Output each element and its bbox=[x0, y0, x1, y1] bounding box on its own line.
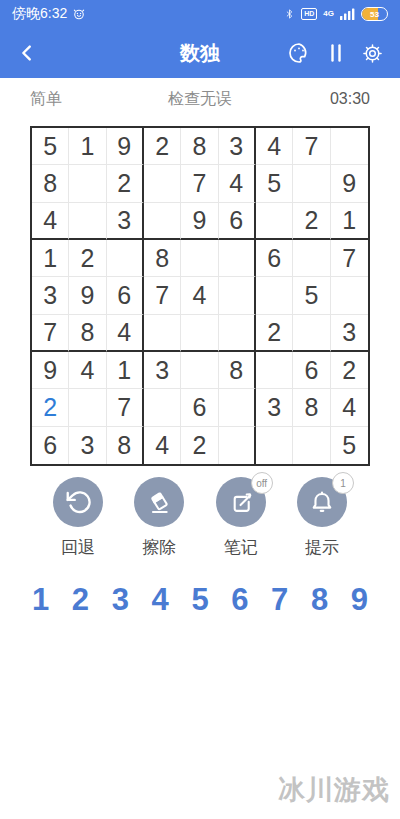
cell-r8c2[interactable] bbox=[69, 389, 106, 426]
cell-r7c4[interactable]: 3 bbox=[144, 352, 181, 389]
cell-r5c1[interactable]: 3 bbox=[32, 277, 69, 314]
cell-r6c9[interactable]: 3 bbox=[331, 315, 368, 352]
cell-r7c2[interactable]: 4 bbox=[69, 352, 106, 389]
toolbar: 回退 擦除 bbox=[49, 477, 351, 559]
numpad-digit-3[interactable]: 3 bbox=[112, 584, 129, 615]
difficulty-label: 简单 bbox=[30, 89, 62, 110]
cell-r4c5[interactable] bbox=[181, 240, 218, 277]
eraser-icon bbox=[145, 488, 173, 516]
notes-badge: off bbox=[251, 472, 273, 494]
cell-r9c7[interactable] bbox=[256, 427, 293, 464]
cell-r2c9[interactable]: 9 bbox=[331, 165, 368, 202]
pause-button[interactable] bbox=[327, 42, 345, 64]
cell-r7c3[interactable]: 1 bbox=[107, 352, 144, 389]
undo-circle bbox=[53, 477, 103, 527]
notes-circle: off bbox=[216, 477, 266, 527]
cell-r4c1[interactable]: 1 bbox=[32, 240, 69, 277]
back-button[interactable] bbox=[16, 42, 38, 64]
cell-r8c1[interactable]: 2 bbox=[32, 389, 69, 426]
cell-r3c6[interactable]: 6 bbox=[219, 203, 256, 240]
cell-r2c5[interactable]: 7 bbox=[181, 165, 218, 202]
cell-r2c8[interactable] bbox=[293, 165, 330, 202]
erase-label: 擦除 bbox=[142, 536, 176, 559]
cell-r1c1[interactable]: 5 bbox=[32, 128, 69, 165]
pause-icon bbox=[327, 42, 345, 64]
cell-r2c1[interactable]: 8 bbox=[32, 165, 69, 202]
numpad-digit-9[interactable]: 9 bbox=[351, 584, 368, 615]
cell-r6c2[interactable]: 8 bbox=[69, 315, 106, 352]
numpad-digit-8[interactable]: 8 bbox=[311, 584, 328, 615]
notes-label: 笔记 bbox=[224, 536, 258, 559]
cell-r5c8[interactable]: 5 bbox=[293, 277, 330, 314]
numpad-digit-1[interactable]: 1 bbox=[32, 584, 49, 615]
cell-r1c6[interactable]: 3 bbox=[219, 128, 256, 165]
cell-r9c8[interactable] bbox=[293, 427, 330, 464]
cell-r2c7[interactable]: 5 bbox=[256, 165, 293, 202]
cell-r5c5[interactable]: 4 bbox=[181, 277, 218, 314]
cell-r6c5[interactable] bbox=[181, 315, 218, 352]
hint-circle: 1 bbox=[297, 477, 347, 527]
hint-label: 提示 bbox=[305, 536, 339, 559]
cell-r3c3[interactable]: 3 bbox=[107, 203, 144, 240]
cell-r5c6[interactable] bbox=[219, 277, 256, 314]
cell-r8c6[interactable] bbox=[219, 389, 256, 426]
sudoku-board: 5192834782745943962112867396745784239413… bbox=[30, 126, 370, 466]
cell-r8c4[interactable] bbox=[144, 389, 181, 426]
cell-r4c9[interactable]: 7 bbox=[331, 240, 368, 277]
cell-r9c2[interactable]: 3 bbox=[69, 427, 106, 464]
back-icon bbox=[16, 42, 38, 64]
cell-r8c7[interactable]: 3 bbox=[256, 389, 293, 426]
cell-r9c9[interactable]: 5 bbox=[331, 427, 368, 464]
settings-button[interactable] bbox=[361, 42, 384, 65]
cell-r1c4[interactable]: 2 bbox=[144, 128, 181, 165]
cell-r7c1[interactable]: 9 bbox=[32, 352, 69, 389]
cell-r1c9[interactable] bbox=[331, 128, 368, 165]
palette-icon bbox=[287, 41, 311, 65]
cell-r4c6[interactable] bbox=[219, 240, 256, 277]
cell-r8c9[interactable]: 4 bbox=[331, 389, 368, 426]
erase-button[interactable]: 擦除 bbox=[130, 477, 188, 559]
cell-r5c3[interactable]: 6 bbox=[107, 277, 144, 314]
cell-r5c7[interactable] bbox=[256, 277, 293, 314]
cell-r4c7[interactable]: 6 bbox=[256, 240, 293, 277]
cell-r3c5[interactable]: 9 bbox=[181, 203, 218, 240]
cell-r1c3[interactable]: 9 bbox=[107, 128, 144, 165]
cell-r1c8[interactable]: 7 bbox=[293, 128, 330, 165]
cell-r5c2[interactable]: 9 bbox=[69, 277, 106, 314]
cell-r7c8[interactable]: 6 bbox=[293, 352, 330, 389]
number-pad: 123456789 bbox=[32, 584, 368, 615]
cell-r7c6[interactable]: 8 bbox=[219, 352, 256, 389]
status-bar: 傍晚6:32 HD 4G bbox=[0, 0, 400, 28]
cell-r5c4[interactable]: 7 bbox=[144, 277, 181, 314]
watermark: 冰川游戏 bbox=[278, 772, 390, 808]
theme-button[interactable] bbox=[287, 41, 311, 65]
cell-r9c6[interactable] bbox=[219, 427, 256, 464]
gear-icon bbox=[361, 42, 384, 65]
app-screen: 傍晚6:32 HD 4G bbox=[0, 0, 400, 819]
nav-bar: 数独 bbox=[0, 28, 400, 78]
cell-r4c2[interactable]: 2 bbox=[69, 240, 106, 277]
cell-r9c5[interactable]: 2 bbox=[181, 427, 218, 464]
cell-r8c8[interactable]: 8 bbox=[293, 389, 330, 426]
cell-r8c5[interactable]: 6 bbox=[181, 389, 218, 426]
cell-r9c1[interactable]: 6 bbox=[32, 427, 69, 464]
signal-bars-icon bbox=[340, 8, 355, 20]
cell-r3c4[interactable] bbox=[144, 203, 181, 240]
numpad-digit-5[interactable]: 5 bbox=[191, 584, 208, 615]
alarm-clock-icon bbox=[72, 7, 86, 21]
cell-r8c3[interactable]: 7 bbox=[107, 389, 144, 426]
hint-badge: 1 bbox=[332, 472, 354, 494]
hd-icon: HD bbox=[301, 8, 317, 20]
cell-r7c7[interactable] bbox=[256, 352, 293, 389]
bell-icon bbox=[308, 488, 336, 516]
cell-r6c7[interactable]: 2 bbox=[256, 315, 293, 352]
cell-r6c8[interactable] bbox=[293, 315, 330, 352]
hint-button[interactable]: 1 提示 bbox=[293, 477, 351, 559]
cell-r3c9[interactable]: 1 bbox=[331, 203, 368, 240]
cell-r7c5[interactable] bbox=[181, 352, 218, 389]
cell-r3c1[interactable]: 4 bbox=[32, 203, 69, 240]
cell-r2c2[interactable] bbox=[69, 165, 106, 202]
undo-icon bbox=[64, 488, 92, 516]
cell-r3c7[interactable] bbox=[256, 203, 293, 240]
cell-r3c2[interactable] bbox=[69, 203, 106, 240]
time-label: 傍晚6:32 bbox=[12, 5, 67, 23]
numpad-digit-2[interactable]: 2 bbox=[72, 584, 89, 615]
network-4g-icon: 4G bbox=[323, 10, 334, 18]
cell-r4c3[interactable] bbox=[107, 240, 144, 277]
numpad-digit-4[interactable]: 4 bbox=[152, 584, 169, 615]
cell-r1c7[interactable]: 4 bbox=[256, 128, 293, 165]
cell-r2c3[interactable]: 2 bbox=[107, 165, 144, 202]
cell-r2c6[interactable]: 4 bbox=[219, 165, 256, 202]
cell-r1c5[interactable]: 8 bbox=[181, 128, 218, 165]
cell-r6c1[interactable]: 7 bbox=[32, 315, 69, 352]
undo-label: 回退 bbox=[61, 536, 95, 559]
cell-r4c4[interactable]: 8 bbox=[144, 240, 181, 277]
undo-button[interactable]: 回退 bbox=[49, 477, 107, 559]
cell-r7c9[interactable]: 2 bbox=[331, 352, 368, 389]
cell-r5c9[interactable] bbox=[331, 277, 368, 314]
bluetooth-icon bbox=[284, 7, 295, 21]
cell-r6c3[interactable]: 4 bbox=[107, 315, 144, 352]
cell-r9c4[interactable]: 4 bbox=[144, 427, 181, 464]
cell-r1c2[interactable]: 1 bbox=[69, 128, 106, 165]
numpad-digit-6[interactable]: 6 bbox=[231, 584, 248, 615]
erase-circle bbox=[134, 477, 184, 527]
notes-button[interactable]: off 笔记 bbox=[212, 477, 270, 559]
timer-label: 03:30 bbox=[330, 90, 370, 108]
cell-r6c6[interactable] bbox=[219, 315, 256, 352]
info-bar: 简单 检查无误 03:30 bbox=[0, 78, 400, 120]
cell-r2c4[interactable] bbox=[144, 165, 181, 202]
battery-indicator: 53 bbox=[361, 7, 388, 21]
numpad-digit-7[interactable]: 7 bbox=[271, 584, 288, 615]
cell-r3c8[interactable]: 2 bbox=[293, 203, 330, 240]
note-icon bbox=[227, 488, 255, 516]
cell-r4c8[interactable] bbox=[293, 240, 330, 277]
battery-percent: 53 bbox=[370, 10, 379, 19]
cell-r6c4[interactable] bbox=[144, 315, 181, 352]
cell-r9c3[interactable]: 8 bbox=[107, 427, 144, 464]
